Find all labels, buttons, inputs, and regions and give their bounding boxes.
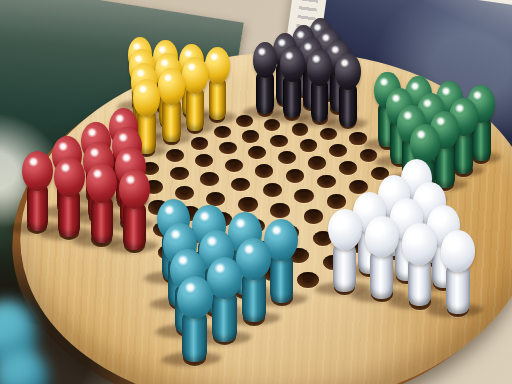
peg-body xyxy=(408,258,432,306)
peg-head xyxy=(119,169,151,210)
peg-body xyxy=(370,251,393,299)
peg-body xyxy=(123,203,145,250)
peg-body xyxy=(182,312,207,362)
peg-head xyxy=(205,47,230,84)
peg-body xyxy=(311,80,329,122)
scene xyxy=(0,0,512,384)
peg-body xyxy=(58,190,80,237)
peg-black[interactable] xyxy=(252,42,277,115)
peg-body xyxy=(212,292,237,341)
peg-head xyxy=(328,209,362,251)
peg-body xyxy=(91,197,113,244)
peg-head xyxy=(410,124,440,163)
peg-head xyxy=(253,42,278,78)
peg-head xyxy=(402,223,436,265)
peg-red[interactable] xyxy=(53,157,85,237)
peg-head xyxy=(177,276,213,319)
peg-body xyxy=(186,88,204,131)
peg-head xyxy=(54,157,85,197)
peg-head xyxy=(280,46,305,82)
peg-white[interactable] xyxy=(440,230,475,314)
peg-body xyxy=(27,184,49,230)
peg-head xyxy=(365,216,399,258)
peg-teal[interactable] xyxy=(176,276,213,362)
peg-body xyxy=(162,99,180,142)
peg-red[interactable] xyxy=(118,169,151,250)
peg-white[interactable] xyxy=(365,216,400,299)
peg-black[interactable] xyxy=(279,46,305,119)
peg-body xyxy=(242,273,266,322)
peg-head xyxy=(158,68,185,105)
peg-head xyxy=(441,230,475,272)
peg-body xyxy=(270,254,294,302)
peg-black[interactable] xyxy=(307,49,333,122)
peg-body xyxy=(283,76,300,118)
peg-head xyxy=(22,151,53,191)
peg-white[interactable] xyxy=(328,209,362,292)
peg-head xyxy=(182,57,208,94)
peg-body xyxy=(333,244,356,292)
pegs-layer xyxy=(0,0,512,384)
peg-red[interactable] xyxy=(22,151,54,231)
peg-black[interactable] xyxy=(335,53,361,127)
peg-head xyxy=(307,49,332,86)
peg-yellow[interactable] xyxy=(205,47,231,120)
peg-body xyxy=(339,84,357,127)
peg-white[interactable] xyxy=(402,223,437,307)
peg-yellow[interactable] xyxy=(158,68,185,143)
peg-body xyxy=(209,78,226,120)
peg-head xyxy=(335,53,361,90)
peg-body xyxy=(446,265,470,314)
peg-body xyxy=(256,72,273,114)
peg-yellow[interactable] xyxy=(182,57,209,131)
peg-head xyxy=(86,163,118,203)
peg-red[interactable] xyxy=(85,163,117,244)
